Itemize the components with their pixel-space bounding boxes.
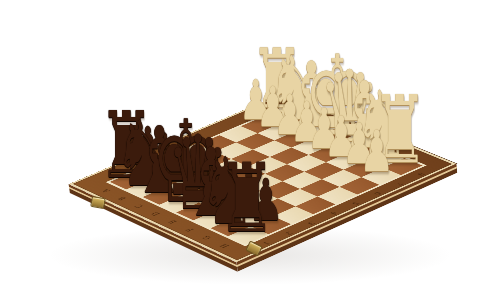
square <box>273 206 313 224</box>
square <box>361 168 401 185</box>
file-label: C <box>129 202 148 211</box>
square <box>238 191 278 208</box>
square <box>216 201 256 219</box>
square <box>251 216 291 234</box>
square <box>300 179 340 196</box>
square <box>182 185 221 202</box>
square <box>233 208 273 226</box>
square <box>318 187 358 204</box>
square <box>143 187 182 204</box>
file-label: H <box>215 241 235 250</box>
file-label: G <box>197 233 217 242</box>
square <box>221 183 260 200</box>
square <box>260 181 299 198</box>
square <box>383 158 422 175</box>
square <box>322 170 361 187</box>
chess-set-photo: ABCDEFGH12345678 ♜♟♟♜♞♟♟♞♝♟♟♝♚♟♟♚♛♟♟♛♝♟♟… <box>0 0 480 296</box>
file-label: B <box>113 194 132 202</box>
file-label: A <box>97 187 116 195</box>
square <box>256 199 296 217</box>
square <box>211 218 251 236</box>
square <box>340 177 380 194</box>
square <box>159 195 198 212</box>
file-label: E <box>163 217 182 226</box>
square <box>295 197 335 215</box>
file-label: D <box>146 209 165 218</box>
square <box>193 210 233 228</box>
brass-clasp-left <box>90 196 106 209</box>
square <box>199 193 238 210</box>
square <box>278 189 318 206</box>
file-label: F <box>180 225 200 234</box>
square <box>176 203 216 221</box>
square <box>243 174 282 191</box>
square <box>282 172 321 189</box>
